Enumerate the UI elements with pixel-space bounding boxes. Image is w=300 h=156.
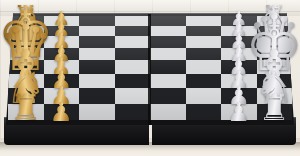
square[interactable] bbox=[150, 36, 186, 48]
square[interactable] bbox=[44, 36, 80, 48]
square[interactable] bbox=[8, 48, 44, 61]
square[interactable] bbox=[8, 60, 44, 74]
square[interactable] bbox=[79, 60, 115, 74]
square[interactable] bbox=[79, 26, 115, 37]
square[interactable] bbox=[221, 74, 257, 89]
square[interactable] bbox=[150, 104, 186, 121]
scene: ♜♞♝♛♚♝♞♜♟♟♟♟♟♟♟♟♟♟♟♟♟♟♟♟♜♞♝♚♛♝♞♜ bbox=[0, 0, 300, 156]
square[interactable] bbox=[79, 36, 115, 48]
square[interactable] bbox=[150, 16, 186, 26]
square[interactable] bbox=[221, 26, 257, 37]
square[interactable] bbox=[221, 60, 257, 74]
square[interactable] bbox=[44, 88, 80, 104]
square[interactable] bbox=[150, 88, 186, 104]
square[interactable] bbox=[257, 104, 293, 121]
square[interactable] bbox=[115, 74, 151, 89]
square[interactable] bbox=[150, 26, 186, 37]
square[interactable] bbox=[257, 88, 293, 104]
square[interactable] bbox=[186, 88, 222, 104]
square[interactable] bbox=[257, 36, 293, 48]
square[interactable] bbox=[150, 74, 186, 89]
square[interactable] bbox=[44, 16, 80, 26]
square[interactable] bbox=[186, 26, 222, 37]
square[interactable] bbox=[115, 36, 151, 48]
square[interactable] bbox=[8, 16, 44, 26]
square[interactable] bbox=[115, 104, 151, 121]
square[interactable] bbox=[8, 74, 44, 89]
square[interactable] bbox=[150, 60, 186, 74]
square[interactable] bbox=[115, 16, 151, 26]
square[interactable] bbox=[79, 74, 115, 89]
square[interactable] bbox=[257, 74, 293, 89]
square[interactable] bbox=[221, 36, 257, 48]
square[interactable] bbox=[44, 26, 80, 37]
square[interactable] bbox=[257, 26, 293, 37]
wall-groove-line bbox=[0, 11, 300, 12]
square[interactable] bbox=[257, 60, 293, 74]
square[interactable] bbox=[8, 36, 44, 48]
square[interactable] bbox=[44, 48, 80, 61]
square[interactable] bbox=[221, 104, 257, 121]
square[interactable] bbox=[79, 48, 115, 61]
square[interactable] bbox=[44, 74, 80, 89]
square[interactable] bbox=[221, 88, 257, 104]
square[interactable] bbox=[221, 16, 257, 26]
square[interactable] bbox=[8, 104, 44, 121]
square[interactable] bbox=[186, 16, 222, 26]
square[interactable] bbox=[115, 48, 151, 61]
square[interactable] bbox=[186, 60, 222, 74]
square[interactable] bbox=[186, 36, 222, 48]
square[interactable] bbox=[79, 88, 115, 104]
square[interactable] bbox=[186, 104, 222, 121]
square[interactable] bbox=[257, 48, 293, 61]
square[interactable] bbox=[186, 48, 222, 61]
square[interactable] bbox=[115, 88, 151, 104]
square[interactable] bbox=[8, 88, 44, 104]
chess-board bbox=[6, 13, 294, 125]
square[interactable] bbox=[150, 48, 186, 61]
square[interactable] bbox=[44, 60, 80, 74]
square[interactable] bbox=[79, 104, 115, 121]
square[interactable] bbox=[8, 26, 44, 37]
square[interactable] bbox=[257, 16, 293, 26]
square[interactable] bbox=[79, 16, 115, 26]
square[interactable] bbox=[221, 48, 257, 61]
square[interactable] bbox=[186, 74, 222, 89]
board-hinge-seam bbox=[148, 14, 151, 125]
square[interactable] bbox=[115, 60, 151, 74]
square[interactable] bbox=[115, 26, 151, 37]
square[interactable] bbox=[44, 104, 80, 121]
